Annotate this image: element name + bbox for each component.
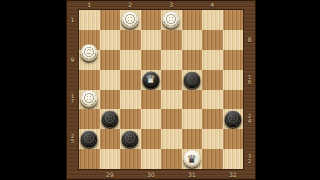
dark-square	[223, 50, 244, 70]
square-32[interactable]	[223, 149, 244, 169]
dark-square	[79, 109, 100, 129]
coord-label-bottom-31: 31	[188, 172, 196, 178]
dark-square	[202, 149, 223, 169]
square-1[interactable]	[79, 10, 100, 30]
white-man-square-3[interactable]	[163, 11, 180, 28]
coord-label-left-9: 9	[71, 57, 75, 63]
checkers-board: ♛♛	[79, 10, 243, 169]
white-man-square-9[interactable]	[81, 44, 98, 61]
black-man-square-26[interactable]	[122, 131, 139, 148]
square-16[interactable]	[223, 70, 244, 90]
square-6[interactable]	[141, 30, 162, 50]
square-29[interactable]	[100, 149, 121, 169]
square-25[interactable]	[79, 129, 100, 149]
square-12[interactable]	[202, 50, 223, 70]
white-king-square-31[interactable]: ♛	[183, 151, 200, 168]
dark-square	[182, 90, 203, 110]
dark-square	[141, 90, 162, 110]
dark-square	[202, 70, 223, 90]
dark-square	[100, 10, 121, 30]
dark-square	[223, 10, 244, 30]
white-man-square-2[interactable]	[122, 11, 139, 28]
square-28[interactable]	[202, 129, 223, 149]
square-18[interactable]	[120, 90, 141, 110]
square-26[interactable]	[120, 129, 141, 149]
square-24[interactable]	[223, 109, 244, 129]
square-23[interactable]	[182, 109, 203, 129]
dark-square	[182, 10, 203, 30]
coord-label-bottom-29: 29	[106, 172, 114, 178]
dark-square	[141, 50, 162, 70]
square-31[interactable]: ♛	[182, 149, 203, 169]
black-man-square-24[interactable]	[224, 111, 241, 128]
coord-label-top-2: 2	[128, 2, 132, 8]
coord-label-left-25: 2 5	[71, 134, 75, 144]
dark-square	[161, 70, 182, 90]
square-5[interactable]	[100, 30, 121, 50]
coord-label-left-1: 1	[71, 17, 75, 23]
square-3[interactable]	[161, 10, 182, 30]
crown-icon: ♛	[187, 153, 197, 164]
square-22[interactable]	[141, 109, 162, 129]
dark-square	[223, 90, 244, 110]
coord-label-bottom-32: 32	[229, 172, 237, 178]
coord-label-right-16: 1 6	[248, 75, 252, 85]
square-17[interactable]	[79, 90, 100, 110]
white-man-square-17[interactable]	[81, 91, 98, 108]
square-15[interactable]	[182, 70, 203, 90]
dark-square	[120, 30, 141, 50]
square-19[interactable]	[161, 90, 182, 110]
square-4[interactable]	[202, 10, 223, 30]
dark-square	[182, 129, 203, 149]
black-man-square-15[interactable]	[183, 71, 200, 88]
coord-label-left-17: 1 7	[71, 94, 75, 104]
coord-label-bottom-30: 30	[147, 172, 155, 178]
square-2[interactable]	[120, 10, 141, 30]
dark-square	[79, 70, 100, 90]
dark-square	[141, 10, 162, 30]
dark-square	[182, 50, 203, 70]
dark-square	[120, 149, 141, 169]
square-14[interactable]: ♛	[141, 70, 162, 90]
square-13[interactable]	[100, 70, 121, 90]
dark-square	[161, 149, 182, 169]
square-9[interactable]	[79, 50, 100, 70]
square-7[interactable]	[182, 30, 203, 50]
dark-square	[161, 109, 182, 129]
dark-square	[120, 70, 141, 90]
coord-label-top-3: 3	[169, 2, 173, 8]
dark-square	[79, 149, 100, 169]
dark-square	[202, 30, 223, 50]
dark-square	[120, 109, 141, 129]
dark-square	[223, 129, 244, 149]
square-10[interactable]	[120, 50, 141, 70]
coord-label-right-32: 3 2	[248, 154, 252, 164]
app-background: ♛♛ 123429303132191 72 581 62 43 2	[0, 0, 320, 180]
dark-square	[100, 50, 121, 70]
dark-square	[100, 90, 121, 110]
coord-label-top-1: 1	[87, 2, 91, 8]
black-king-square-14[interactable]: ♛	[142, 71, 159, 88]
square-27[interactable]	[161, 129, 182, 149]
board-frame: ♛♛ 123429303132191 72 581 62 43 2	[66, 0, 256, 180]
square-30[interactable]	[141, 149, 162, 169]
coord-label-right-24: 2 4	[248, 114, 252, 124]
square-8[interactable]	[223, 30, 244, 50]
coord-label-top-4: 4	[210, 2, 214, 8]
dark-square	[100, 129, 121, 149]
dark-square	[141, 129, 162, 149]
square-21[interactable]	[100, 109, 121, 129]
square-20[interactable]	[202, 90, 223, 110]
dark-square	[202, 109, 223, 129]
black-man-square-25[interactable]	[81, 131, 98, 148]
crown-icon: ♛	[146, 74, 156, 85]
coord-label-right-8: 8	[248, 37, 252, 43]
black-man-square-21[interactable]	[101, 111, 118, 128]
square-11[interactable]	[161, 50, 182, 70]
dark-square	[161, 30, 182, 50]
